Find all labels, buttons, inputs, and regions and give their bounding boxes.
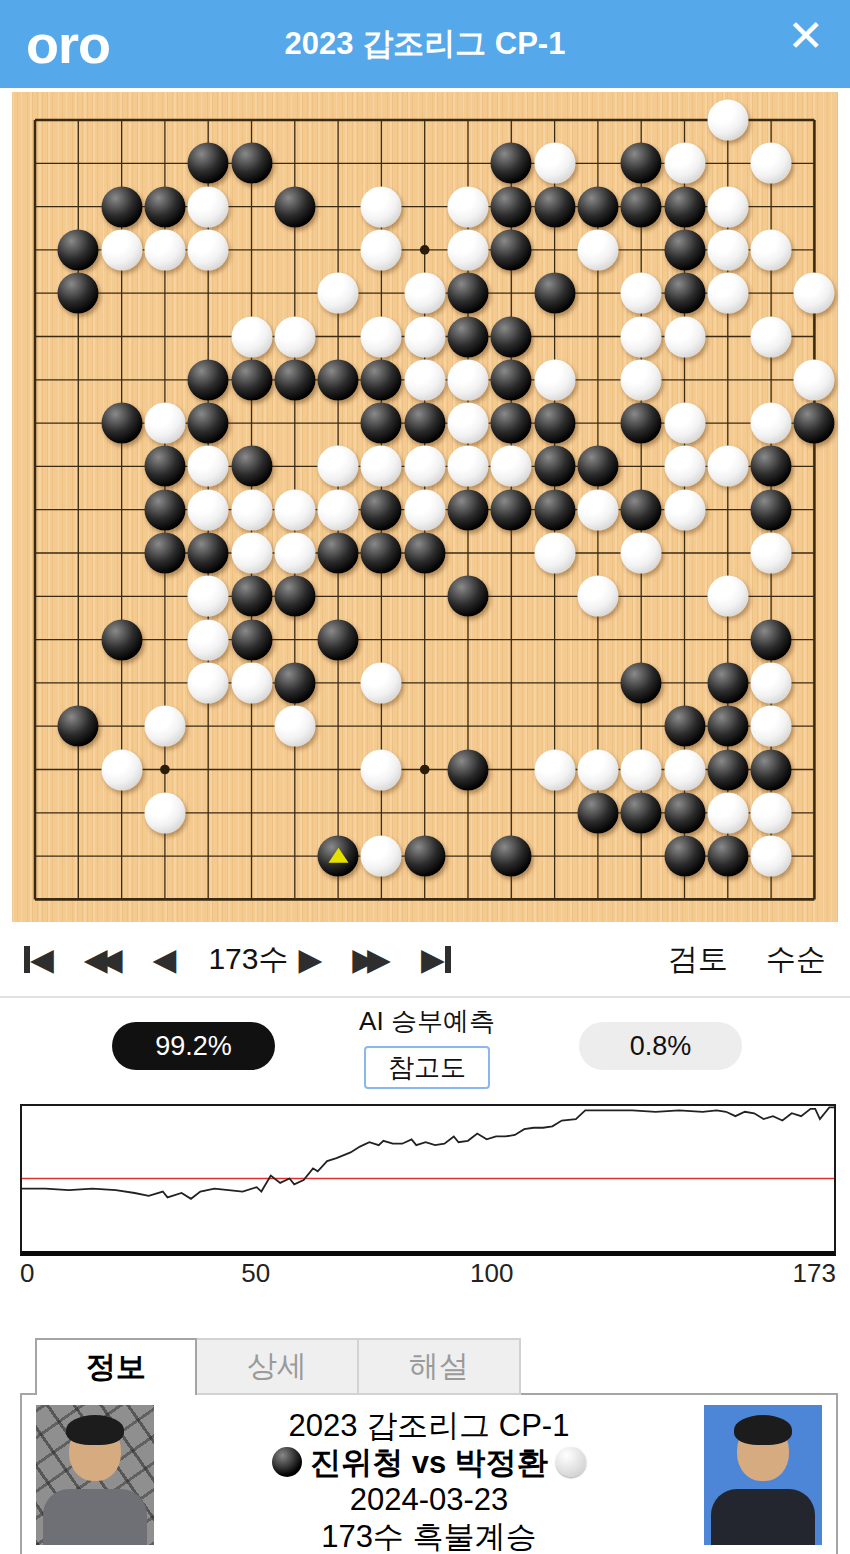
- white-winrate-badge: 0.8%: [579, 1022, 742, 1070]
- game-result: 173수 흑불계승: [164, 1518, 694, 1554]
- black-stone: [491, 316, 532, 357]
- last-move-button[interactable]: ▶: [421, 944, 451, 975]
- black-stone: [621, 792, 662, 833]
- white-stone: [751, 706, 792, 747]
- black-stone: [664, 792, 705, 833]
- nav-controls: ◀ ◀◀ ◀ 173수 ▶ ▶▶ ▶ 검토 수순: [0, 922, 850, 998]
- white-stone: [664, 749, 705, 790]
- game-date: 2024-03-23: [164, 1481, 694, 1518]
- white-stone: [751, 403, 792, 444]
- white-stone: [361, 186, 402, 227]
- white-stone: [144, 229, 185, 270]
- winrate-polyline: [22, 1107, 834, 1198]
- first-move-triangle-icon: ◀: [30, 944, 54, 975]
- black-stone: [707, 706, 748, 747]
- white-stone: [751, 143, 792, 184]
- white-stone: [448, 359, 489, 400]
- black-stone: [58, 273, 99, 314]
- white-stone: [448, 229, 489, 270]
- forward-10-button[interactable]: ▶▶: [352, 944, 391, 975]
- player-black-photo: [36, 1405, 154, 1545]
- white-stone: [448, 403, 489, 444]
- white-stone: [404, 359, 445, 400]
- white-stone: [188, 619, 229, 660]
- black-stone: [318, 533, 359, 574]
- chart-x-axis: 050100173: [20, 1256, 836, 1288]
- white-stone: [361, 749, 402, 790]
- black-stone: [448, 576, 489, 617]
- white-stone: [231, 662, 272, 703]
- black-stone: [491, 489, 532, 530]
- white-stone: [534, 533, 575, 574]
- black-stone: [664, 706, 705, 747]
- black-stone: [794, 403, 835, 444]
- black-stone: [231, 619, 272, 660]
- black-stone: [491, 143, 532, 184]
- black-stone-icon: [272, 1447, 302, 1477]
- black-stone: [664, 229, 705, 270]
- black-stone: [621, 143, 662, 184]
- white-stone: [577, 229, 618, 270]
- white-stone: [361, 662, 402, 703]
- white-stone: [188, 489, 229, 530]
- black-stone: [231, 446, 272, 487]
- black-stone: [404, 836, 445, 877]
- white-stone: [664, 489, 705, 530]
- black-stone: [318, 359, 359, 400]
- player-white-name: 박정환: [455, 1445, 548, 1480]
- white-stone: [707, 792, 748, 833]
- black-stone: [188, 359, 229, 400]
- black-stone: [577, 446, 618, 487]
- black-stone: [491, 836, 532, 877]
- last-move-marker-icon: [328, 847, 348, 862]
- white-stone: [101, 749, 142, 790]
- x-tick-173: 173: [793, 1258, 836, 1289]
- white-stone: [577, 576, 618, 617]
- black-stone: [404, 533, 445, 574]
- black-stone: [144, 533, 185, 574]
- black-stone: [664, 273, 705, 314]
- white-stone: [274, 533, 315, 574]
- black-stone: [231, 576, 272, 617]
- black-stone: [491, 359, 532, 400]
- white-stone: [144, 403, 185, 444]
- black-stone: [361, 533, 402, 574]
- tab-detail[interactable]: 상세: [197, 1338, 359, 1395]
- player-white-photo: [704, 1405, 822, 1545]
- white-stone: [707, 100, 748, 141]
- white-stone: [621, 359, 662, 400]
- black-stone: [448, 749, 489, 790]
- black-stone: [664, 836, 705, 877]
- tab-commentary[interactable]: 해설: [359, 1338, 521, 1395]
- black-stone: [621, 403, 662, 444]
- board-area: [0, 92, 850, 922]
- white-stone: [534, 359, 575, 400]
- back-10-button[interactable]: ◀◀: [84, 944, 123, 975]
- white-stone: [751, 792, 792, 833]
- ai-prediction-label: AI 승부예측: [359, 1004, 495, 1039]
- black-stone: [491, 186, 532, 227]
- black-stone: [144, 489, 185, 530]
- black-stone: [58, 229, 99, 270]
- white-stone: [751, 229, 792, 270]
- white-stone: [318, 446, 359, 487]
- forward-10-icon: ▶▶: [352, 944, 391, 975]
- black-stone: [274, 359, 315, 400]
- white-stone: [621, 273, 662, 314]
- move-order-button[interactable]: 수순: [766, 939, 826, 980]
- player-white-avatar: [737, 1421, 789, 1481]
- x-tick-100: 100: [470, 1258, 513, 1289]
- winrate-chart: 050100173: [20, 1104, 836, 1294]
- back-1-icon: ◀: [153, 944, 177, 975]
- black-stone: [577, 186, 618, 227]
- white-stone: [231, 533, 272, 574]
- forward-1-button[interactable]: ▶: [298, 944, 322, 975]
- black-stone: [101, 403, 142, 444]
- black-stone: [58, 706, 99, 747]
- white-stone: [707, 186, 748, 227]
- black-stone: [448, 273, 489, 314]
- white-stone-icon: [556, 1447, 586, 1477]
- white-stone: [664, 446, 705, 487]
- white-stone: [707, 273, 748, 314]
- black-stone: [751, 489, 792, 530]
- white-stone: [361, 836, 402, 877]
- back-1-button[interactable]: ◀: [153, 944, 177, 975]
- black-stone: [318, 619, 359, 660]
- black-stone: [621, 662, 662, 703]
- black-stone: [707, 836, 748, 877]
- winrate-plot-area: [20, 1104, 836, 1256]
- black-stone: [231, 359, 272, 400]
- white-stone: [144, 706, 185, 747]
- black-stone: [577, 792, 618, 833]
- white-stone: [144, 792, 185, 833]
- black-stone: [534, 489, 575, 530]
- white-stone: [188, 662, 229, 703]
- player-black-name: 진위청: [310, 1445, 403, 1480]
- white-stone: [491, 446, 532, 487]
- black-stone: [274, 186, 315, 227]
- white-stone: [664, 316, 705, 357]
- black-winrate-badge: 99.2%: [112, 1022, 275, 1070]
- game-info-panel: 2023 갑조리그 CP-1 진위청 vs 박정환 2024-03-23 173…: [20, 1393, 838, 1554]
- black-stone: [188, 533, 229, 574]
- review-button[interactable]: 검토: [668, 939, 728, 980]
- black-stone: [274, 576, 315, 617]
- white-stone: [361, 229, 402, 270]
- white-stone: [794, 273, 835, 314]
- white-stone: [621, 749, 662, 790]
- black-stone: [751, 749, 792, 790]
- black-stone: [664, 186, 705, 227]
- black-stone: [448, 489, 489, 530]
- white-stone: [101, 229, 142, 270]
- white-stone: [751, 316, 792, 357]
- players-line: 진위청 vs 박정환: [164, 1444, 694, 1481]
- black-stone: [534, 186, 575, 227]
- white-stone: [707, 576, 748, 617]
- white-stone: [274, 706, 315, 747]
- white-stone: [318, 489, 359, 530]
- white-stone: [404, 489, 445, 530]
- white-stone: [188, 576, 229, 617]
- black-stone: [144, 446, 185, 487]
- white-stone: [188, 229, 229, 270]
- move-counter: 173수: [208, 939, 288, 980]
- white-stone: [274, 489, 315, 530]
- black-stone: [361, 359, 402, 400]
- black-stone: [448, 316, 489, 357]
- player-black-avatar: [69, 1421, 121, 1481]
- x-tick-0: 0: [20, 1258, 34, 1289]
- white-stone: [188, 446, 229, 487]
- white-stone: [231, 316, 272, 357]
- forward-1-icon: ▶: [298, 944, 322, 975]
- black-stone: [361, 403, 402, 444]
- black-stone: [188, 403, 229, 444]
- white-stone: [274, 316, 315, 357]
- black-stone: [751, 446, 792, 487]
- white-stone: [188, 186, 229, 227]
- white-stone: [361, 446, 402, 487]
- black-stone: [318, 836, 359, 877]
- tab-info[interactable]: 정보: [35, 1338, 197, 1395]
- black-stone: [188, 143, 229, 184]
- last-move-bar-icon: [445, 946, 451, 973]
- black-stone: [361, 489, 402, 530]
- first-move-button[interactable]: ◀: [24, 944, 54, 975]
- white-stone: [707, 446, 748, 487]
- white-stone: [404, 273, 445, 314]
- white-stone: [404, 446, 445, 487]
- black-stone: [144, 186, 185, 227]
- black-stone: [621, 186, 662, 227]
- vs-label: vs: [412, 1445, 446, 1480]
- close-icon[interactable]: ✕: [787, 14, 824, 58]
- black-stone: [231, 143, 272, 184]
- x-tick-50: 50: [241, 1258, 270, 1289]
- white-stone: [404, 316, 445, 357]
- black-stone: [707, 749, 748, 790]
- white-stone: [361, 316, 402, 357]
- black-stone: [534, 446, 575, 487]
- black-stone: [101, 186, 142, 227]
- winrate-svg: [22, 1106, 834, 1251]
- white-stone: [751, 662, 792, 703]
- black-stone: [534, 273, 575, 314]
- black-stone: [751, 619, 792, 660]
- back-10-icon: ◀◀: [84, 944, 123, 975]
- event-title: 2023 갑조리그 CP-1: [164, 1407, 694, 1444]
- white-stone: [577, 749, 618, 790]
- white-stone: [534, 143, 575, 184]
- black-stone: [707, 662, 748, 703]
- black-stone: [404, 403, 445, 444]
- ai-prediction-row: 99.2% AI 승부예측 참고도 0.8%: [0, 998, 850, 1094]
- info-tabs: 정보 상세 해설: [35, 1338, 850, 1395]
- reference-diagram-button[interactable]: 참고도: [364, 1046, 490, 1089]
- go-board[interactable]: [12, 92, 838, 922]
- white-stone: [751, 836, 792, 877]
- page-title: 2023 갑조리그 CP-1: [0, 23, 850, 65]
- black-stone: [491, 229, 532, 270]
- white-stone: [621, 316, 662, 357]
- white-stone: [664, 143, 705, 184]
- black-stone: [621, 489, 662, 530]
- black-stone: [274, 662, 315, 703]
- white-stone: [794, 359, 835, 400]
- white-stone: [231, 489, 272, 530]
- white-stone: [751, 533, 792, 574]
- white-stone: [318, 273, 359, 314]
- white-stone: [707, 229, 748, 270]
- white-stone: [664, 403, 705, 444]
- app-header: oro 2023 갑조리그 CP-1 ✕: [0, 0, 850, 88]
- white-stone: [448, 186, 489, 227]
- white-stone: [577, 489, 618, 530]
- white-stone: [621, 533, 662, 574]
- black-stone: [534, 403, 575, 444]
- last-move-triangle-icon: ▶: [421, 944, 445, 975]
- white-stone: [448, 446, 489, 487]
- black-stone: [491, 403, 532, 444]
- black-stone: [101, 619, 142, 660]
- white-stone: [534, 749, 575, 790]
